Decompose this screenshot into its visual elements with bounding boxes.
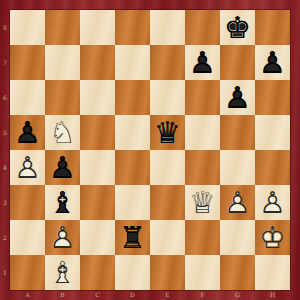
white-queen-f3[interactable]: ♛♕ — [185, 185, 220, 220]
square-a5[interactable]: ♟♙ — [10, 115, 45, 150]
square-e4[interactable] — [150, 150, 185, 185]
piece-glyph-fill: ♟ — [255, 45, 290, 80]
piece-glyph-outline: ♙ — [45, 150, 80, 185]
square-g8[interactable]: ♚♔ — [220, 10, 255, 45]
black-rook-d2[interactable]: ♜♖ — [115, 220, 150, 255]
piece-glyph-fill: ♟ — [185, 45, 220, 80]
black-pawn-h7[interactable]: ♟♙ — [255, 45, 290, 80]
square-g2[interactable] — [220, 220, 255, 255]
piece-glyph-fill: ♚ — [255, 220, 290, 255]
file-label-a: A — [10, 290, 45, 300]
black-pawn-g6[interactable]: ♟♙ — [220, 80, 255, 115]
square-a8[interactable] — [10, 10, 45, 45]
square-e6[interactable] — [150, 80, 185, 115]
piece-glyph-fill: ♝ — [45, 255, 80, 290]
black-queen-e5[interactable]: ♛♕ — [150, 115, 185, 150]
piece-glyph-fill: ♟ — [220, 185, 255, 220]
square-a3[interactable] — [10, 185, 45, 220]
rank-label-5: 5 — [0, 115, 10, 150]
square-c5[interactable] — [80, 115, 115, 150]
piece-glyph-outline: ♘ — [45, 115, 80, 150]
square-c7[interactable] — [80, 45, 115, 80]
square-e3[interactable] — [150, 185, 185, 220]
piece-glyph-outline: ♕ — [185, 185, 220, 220]
square-a1[interactable] — [10, 255, 45, 290]
square-e7[interactable] — [150, 45, 185, 80]
black-pawn-f7[interactable]: ♟♙ — [185, 45, 220, 80]
square-f8[interactable] — [185, 10, 220, 45]
square-a4[interactable]: ♟♙ — [10, 150, 45, 185]
piece-glyph-outline: ♖ — [115, 220, 150, 255]
square-b3[interactable]: ♝♗ — [45, 185, 80, 220]
piece-glyph-fill: ♟ — [45, 220, 80, 255]
piece-glyph-outline: ♙ — [255, 185, 290, 220]
piece-glyph-fill: ♟ — [220, 80, 255, 115]
square-b2[interactable]: ♟♙ — [45, 220, 80, 255]
rank-label-2: 2 — [0, 220, 10, 255]
black-pawn-a5[interactable]: ♟♙ — [10, 115, 45, 150]
square-b8[interactable] — [45, 10, 80, 45]
square-d4[interactable] — [115, 150, 150, 185]
black-bishop-b3[interactable]: ♝♗ — [45, 185, 80, 220]
square-g4[interactable] — [220, 150, 255, 185]
square-f3[interactable]: ♛♕ — [185, 185, 220, 220]
square-g7[interactable] — [220, 45, 255, 80]
white-king-h2[interactable]: ♚♔ — [255, 220, 290, 255]
piece-glyph-fill: ♟ — [10, 150, 45, 185]
file-label-b: B — [45, 290, 80, 300]
square-b6[interactable] — [45, 80, 80, 115]
square-a2[interactable] — [10, 220, 45, 255]
square-e8[interactable] — [150, 10, 185, 45]
piece-glyph-fill: ♝ — [45, 185, 80, 220]
piece-glyph-outline: ♙ — [185, 45, 220, 80]
square-h4[interactable] — [255, 150, 290, 185]
rank-label-7: 7 — [0, 45, 10, 80]
piece-glyph-fill: ♜ — [115, 220, 150, 255]
square-g1[interactable] — [220, 255, 255, 290]
piece-glyph-outline: ♔ — [220, 10, 255, 45]
square-d6[interactable] — [115, 80, 150, 115]
square-e2[interactable] — [150, 220, 185, 255]
white-pawn-a4[interactable]: ♟♙ — [10, 150, 45, 185]
piece-glyph-outline: ♙ — [45, 220, 80, 255]
square-f5[interactable] — [185, 115, 220, 150]
square-e5[interactable]: ♛♕ — [150, 115, 185, 150]
square-c2[interactable] — [80, 220, 115, 255]
white-pawn-b2[interactable]: ♟♙ — [45, 220, 80, 255]
piece-glyph-outline: ♙ — [220, 185, 255, 220]
rank-label-6: 6 — [0, 80, 10, 115]
piece-glyph-fill: ♚ — [220, 10, 255, 45]
black-pawn-b4[interactable]: ♟♙ — [45, 150, 80, 185]
square-h8[interactable] — [255, 10, 290, 45]
piece-glyph-fill: ♟ — [45, 150, 80, 185]
white-bishop-b1[interactable]: ♝♗ — [45, 255, 80, 290]
square-d7[interactable] — [115, 45, 150, 80]
square-f1[interactable] — [185, 255, 220, 290]
square-e1[interactable] — [150, 255, 185, 290]
file-label-g: G — [220, 290, 255, 300]
piece-glyph-outline: ♙ — [220, 80, 255, 115]
rank-label-8: 8 — [0, 10, 10, 45]
square-c4[interactable] — [80, 150, 115, 185]
piece-glyph-outline: ♙ — [255, 45, 290, 80]
file-label-f: F — [185, 290, 220, 300]
square-b4[interactable]: ♟♙ — [45, 150, 80, 185]
square-a7[interactable] — [10, 45, 45, 80]
square-f4[interactable] — [185, 150, 220, 185]
square-d3[interactable] — [115, 185, 150, 220]
square-h7[interactable]: ♟♙ — [255, 45, 290, 80]
rank-label-1: 1 — [0, 255, 10, 290]
piece-glyph-outline: ♙ — [10, 115, 45, 150]
piece-glyph-fill: ♛ — [150, 115, 185, 150]
white-knight-b5[interactable]: ♞♘ — [45, 115, 80, 150]
square-d5[interactable] — [115, 115, 150, 150]
rank-labels: 87654321 — [0, 10, 10, 290]
square-d1[interactable] — [115, 255, 150, 290]
file-label-e: E — [150, 290, 185, 300]
piece-glyph-outline: ♔ — [255, 220, 290, 255]
square-b7[interactable] — [45, 45, 80, 80]
square-h2[interactable]: ♚♔ — [255, 220, 290, 255]
piece-glyph-outline: ♙ — [10, 150, 45, 185]
board-frame: 87654321 ABCDEFGH ♚♔♟♙♟♙♟♙♟♙♞♘♛♕♟♙♟♙♝♗♛♕… — [0, 0, 300, 300]
square-h3[interactable]: ♟♙ — [255, 185, 290, 220]
file-label-d: D — [115, 290, 150, 300]
file-labels: ABCDEFGH — [10, 290, 290, 300]
white-pawn-h3[interactable]: ♟♙ — [255, 185, 290, 220]
square-c3[interactable] — [80, 185, 115, 220]
piece-glyph-outline: ♕ — [150, 115, 185, 150]
piece-glyph-fill: ♟ — [255, 185, 290, 220]
white-pawn-g3[interactable]: ♟♙ — [220, 185, 255, 220]
square-g6[interactable]: ♟♙ — [220, 80, 255, 115]
square-h5[interactable] — [255, 115, 290, 150]
square-c8[interactable] — [80, 10, 115, 45]
square-d8[interactable] — [115, 10, 150, 45]
piece-glyph-fill: ♟ — [10, 115, 45, 150]
piece-glyph-outline: ♗ — [45, 255, 80, 290]
square-g5[interactable] — [220, 115, 255, 150]
square-f7[interactable]: ♟♙ — [185, 45, 220, 80]
piece-glyph-outline: ♗ — [45, 185, 80, 220]
square-c1[interactable] — [80, 255, 115, 290]
rank-label-4: 4 — [0, 150, 10, 185]
square-a6[interactable] — [10, 80, 45, 115]
square-h6[interactable] — [255, 80, 290, 115]
square-f2[interactable] — [185, 220, 220, 255]
square-f6[interactable] — [185, 80, 220, 115]
square-b5[interactable]: ♞♘ — [45, 115, 80, 150]
black-king-g8[interactable]: ♚♔ — [220, 10, 255, 45]
piece-glyph-fill: ♞ — [45, 115, 80, 150]
chess-board: ♚♔♟♙♟♙♟♙♟♙♞♘♛♕♟♙♟♙♝♗♛♕♟♙♟♙♟♙♜♖♚♔♝♗ — [10, 10, 290, 290]
square-g3[interactable]: ♟♙ — [220, 185, 255, 220]
piece-glyph-fill: ♛ — [185, 185, 220, 220]
square-d2[interactable]: ♜♖ — [115, 220, 150, 255]
file-label-c: C — [80, 290, 115, 300]
rank-label-3: 3 — [0, 185, 10, 220]
square-c6[interactable] — [80, 80, 115, 115]
file-label-h: H — [255, 290, 290, 300]
square-b1[interactable]: ♝♗ — [45, 255, 80, 290]
square-h1[interactable] — [255, 255, 290, 290]
